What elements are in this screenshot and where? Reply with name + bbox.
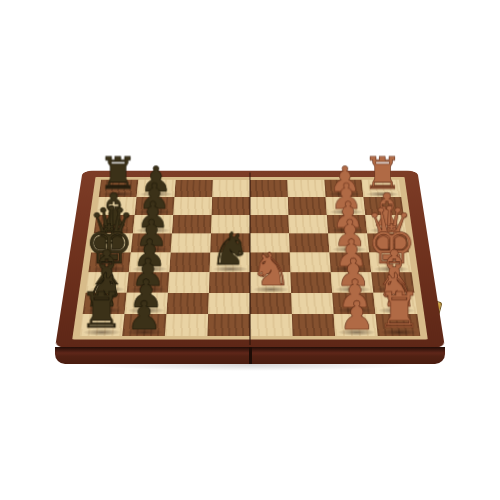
piece-shadow <box>93 246 129 252</box>
board-grid: ♜♟♟♜♟♟♝♟♟♝♛♟♟♛♚♟♞♟♚♝♟♞♟♝♞♟♟♞♜♟♟♜ <box>80 180 421 336</box>
square-e8: ♚ <box>369 253 411 273</box>
square-b5 <box>250 197 288 215</box>
bronze-pawn-c2: ♟ <box>136 196 169 232</box>
square-c3 <box>172 215 212 233</box>
square-h4 <box>207 314 250 336</box>
board-surface: ♜♟♟♜♟♟♝♟♟♝♛♟♟♛♚♟♞♟♚♝♟♞♟♝♞♟♟♞♜♟♟♜ <box>55 171 445 348</box>
copper-queen-d8: ♛ <box>366 200 412 252</box>
copper-pawn-g7: ♟ <box>337 274 372 313</box>
copper-knight-g8: ♞ <box>375 266 417 313</box>
square-c1: ♝ <box>94 215 135 233</box>
piece-shadow <box>337 329 375 336</box>
piece-shadow <box>129 286 166 293</box>
square-e7: ♟ <box>329 253 371 273</box>
square-d1: ♛ <box>91 233 133 252</box>
piece-shadow <box>371 246 407 252</box>
piece-shadow <box>336 307 373 314</box>
piece-shadow <box>377 307 415 314</box>
copper-pawn-f7: ♟ <box>336 254 370 292</box>
square-h6 <box>292 314 335 336</box>
square-f5: ♞ <box>250 272 291 292</box>
piece-shadow <box>369 227 404 233</box>
piece-shadow <box>212 266 248 273</box>
square-e2: ♟ <box>129 253 171 273</box>
piece-shadow <box>330 227 365 233</box>
square-a1: ♜ <box>99 180 139 197</box>
square-e5 <box>250 253 290 273</box>
copper-pawn-b7: ♟ <box>330 178 362 214</box>
square-c7: ♟ <box>327 215 367 233</box>
square-c5 <box>250 215 289 233</box>
piece-shadow <box>334 286 371 293</box>
square-g8: ♞ <box>373 293 417 314</box>
piece-shadow <box>333 266 369 273</box>
piece-shadow <box>327 191 361 197</box>
piece-shadow <box>82 329 120 336</box>
piece-shadow <box>91 266 127 273</box>
copper-bishop-f8: ♝ <box>372 244 415 292</box>
bronze-king-e1: ♚ <box>84 217 133 271</box>
bronze-knight-e4: ♞ <box>210 226 250 271</box>
copper-pawn-c7: ♟ <box>331 196 364 232</box>
copper-rook-a8: ♜ <box>363 152 402 196</box>
square-f3 <box>168 272 210 292</box>
bronze-bishop-c1: ♝ <box>93 187 134 232</box>
board-front-edge <box>55 347 445 364</box>
piece-shadow <box>125 329 163 336</box>
fold-seam <box>249 173 251 346</box>
fold-gap <box>249 347 252 364</box>
square-h1: ♜ <box>80 314 125 336</box>
square-c6 <box>288 215 328 233</box>
square-d5 <box>250 233 290 252</box>
square-e1: ♚ <box>88 253 130 273</box>
bronze-pawn-h2: ♟ <box>126 295 161 335</box>
square-h8: ♜ <box>375 314 420 336</box>
square-f6 <box>290 272 332 292</box>
square-g5 <box>250 293 292 314</box>
bronze-rook-h1: ♜ <box>79 285 123 334</box>
square-b6 <box>288 197 327 215</box>
square-g2: ♟ <box>125 293 168 314</box>
bronze-bishop-f1: ♝ <box>85 244 128 292</box>
chess-set-product-photo: ♜♟♟♜♟♟♝♟♟♝♛♟♟♛♚♟♞♟♚♝♟♞♟♝♞♟♟♞♜♟♟♜ <box>0 0 500 500</box>
square-g4 <box>208 293 250 314</box>
square-f7: ♟ <box>331 272 374 292</box>
bronze-pawn-f2: ♟ <box>130 254 164 292</box>
piece-shadow <box>375 286 412 293</box>
square-g6 <box>291 293 334 314</box>
piece-shadow <box>373 266 409 273</box>
maple-border-strip: ♜♟♟♜♟♟♝♟♟♝♛♟♟♛♚♟♞♟♚♝♟♞♟♝♞♟♟♞♜♟♟♜ <box>72 177 428 340</box>
square-f8: ♝ <box>371 272 414 292</box>
bronze-queen-d1: ♛ <box>88 200 134 252</box>
bronze-rook-a1: ♜ <box>98 152 137 196</box>
square-f4 <box>209 272 250 292</box>
square-d8: ♛ <box>367 233 409 252</box>
piece-shadow <box>127 307 164 314</box>
square-a5 <box>250 180 288 197</box>
square-e6 <box>290 253 331 273</box>
square-h5 <box>250 314 293 336</box>
square-c4 <box>211 215 250 233</box>
square-h2: ♟ <box>122 314 166 336</box>
piece-shadow <box>139 191 173 197</box>
bronze-pawn-a2: ♟ <box>140 161 172 196</box>
square-d7: ♟ <box>328 233 369 252</box>
copper-knight-f5: ♞ <box>250 246 291 292</box>
piece-shadow <box>131 266 167 273</box>
bronze-knight-g1: ♞ <box>83 266 125 313</box>
bronze-pawn-d2: ♟ <box>134 215 167 252</box>
piece-shadow <box>88 286 125 293</box>
piece-shadow <box>379 329 417 336</box>
square-g3 <box>166 293 209 314</box>
copper-pawn-h7: ♟ <box>339 295 374 335</box>
bronze-pawn-g2: ♟ <box>128 274 163 313</box>
square-d3 <box>171 233 211 252</box>
copper-king-e8: ♚ <box>367 217 416 271</box>
copper-pawn-a7: ♟ <box>329 161 361 196</box>
square-b8 <box>363 197 403 215</box>
square-c8: ♝ <box>365 215 406 233</box>
bronze-pawn-e2: ♟ <box>132 234 166 272</box>
square-d2: ♟ <box>131 233 172 252</box>
square-f2: ♟ <box>127 272 170 292</box>
square-a3 <box>174 180 212 197</box>
copper-pawn-e7: ♟ <box>334 234 368 272</box>
copper-rook-h8: ♜ <box>377 285 421 334</box>
square-h3 <box>165 314 208 336</box>
piece-shadow <box>329 209 363 215</box>
piece-shadow <box>137 209 171 215</box>
folding-chess-board: ♜♟♟♜♟♟♝♟♟♝♛♟♟♛♚♟♞♟♚♝♟♞♟♝♞♟♟♞♜♟♟♜ <box>55 140 445 348</box>
square-d6 <box>289 233 329 252</box>
square-h7: ♟ <box>334 314 378 336</box>
square-b2: ♟ <box>135 197 175 215</box>
square-e3 <box>169 253 210 273</box>
square-b1 <box>96 197 136 215</box>
square-a8: ♜ <box>362 180 402 197</box>
copper-bishop-c8: ♝ <box>366 187 407 232</box>
square-a6 <box>287 180 325 197</box>
piece-shadow <box>96 227 131 233</box>
bronze-pawn-b2: ♟ <box>138 178 170 214</box>
piece-shadow <box>331 246 367 252</box>
square-c2: ♟ <box>133 215 173 233</box>
square-a7: ♟ <box>324 180 363 197</box>
piece-shadow <box>85 307 123 314</box>
square-g7: ♟ <box>332 293 375 314</box>
piece-shadow <box>365 191 399 197</box>
piece-shadow <box>252 286 288 293</box>
square-f1: ♝ <box>86 272 129 292</box>
square-b3 <box>173 197 212 215</box>
copper-pawn-d7: ♟ <box>333 215 366 252</box>
square-a2: ♟ <box>137 180 176 197</box>
square-a4 <box>212 180 250 197</box>
square-b4 <box>212 197 250 215</box>
piece-shadow <box>135 227 170 233</box>
piece-shadow <box>133 246 169 252</box>
square-e4: ♞ <box>210 253 250 273</box>
board-perspective-scene: ♜♟♟♜♟♟♝♟♟♝♛♟♟♛♚♟♞♟♚♝♟♞♟♝♞♟♟♞♜♟♟♜ <box>55 140 445 348</box>
piece-shadow <box>101 191 135 197</box>
square-g1: ♞ <box>83 293 127 314</box>
square-d4 <box>210 233 250 252</box>
square-b7: ♟ <box>326 197 366 215</box>
